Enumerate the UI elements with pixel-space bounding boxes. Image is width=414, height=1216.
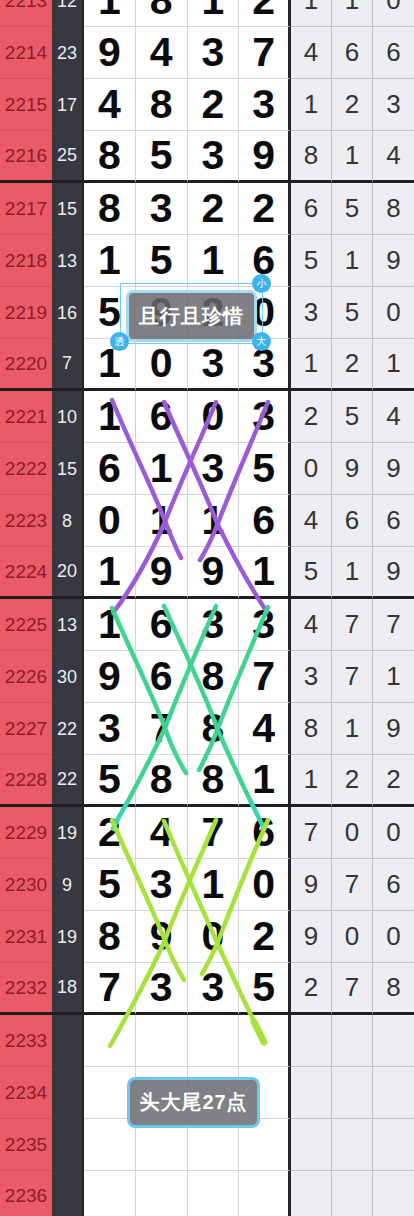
draw-number: 2220: [0, 339, 52, 391]
digit-cell: 1: [84, 235, 136, 287]
digit-cell: 2: [188, 79, 240, 131]
digit-cell: 9: [84, 651, 136, 703]
sum-value: 13: [52, 235, 84, 287]
draw-number: 2230: [0, 859, 52, 911]
tail-digit-cell: 4: [373, 391, 414, 443]
digit-cell: 5: [84, 755, 136, 807]
digit-cell: 5: [84, 859, 136, 911]
draw-row-2225: 2225131633477: [0, 599, 414, 651]
digit-cell: 3: [136, 183, 188, 235]
draw-row-2220: 222071033121: [0, 339, 414, 391]
digit-cell: 4: [136, 27, 188, 79]
digit-cell: 0: [84, 495, 136, 547]
tail-digit-cell: [373, 1067, 414, 1119]
digit-cell: 6: [136, 651, 188, 703]
digit-cell: 9: [188, 547, 240, 599]
annotation-text-2: 头大尾27点: [139, 1089, 247, 1116]
draw-number: 2218: [0, 235, 52, 287]
digit-cell: 3: [188, 963, 240, 1015]
tail-digit-cell: 9: [332, 443, 373, 495]
sum-value: 17: [52, 79, 84, 131]
digit-cell: [84, 1015, 136, 1067]
digit-cell: 8: [188, 755, 240, 807]
annotation-handle-smaller[interactable]: 小: [252, 274, 271, 293]
digit-cell: 8: [84, 131, 136, 183]
annotation-handle-transparency[interactable]: 透: [110, 332, 129, 351]
draw-row-2231: 2231198902900: [0, 911, 414, 963]
draw-row-2221: 2221101603254: [0, 391, 414, 443]
draw-number: 2214: [0, 27, 52, 79]
tail-digit-cell: 1: [332, 235, 373, 287]
digit-cell: 0: [188, 391, 240, 443]
tail-digit-cell: 8: [373, 963, 414, 1015]
annotation-text-box-1[interactable]: 且行且珍惜: [126, 290, 257, 342]
digit-cell: 5: [239, 963, 291, 1015]
digit-cell: 1: [84, 599, 136, 651]
digit-cell: [84, 1171, 136, 1216]
tail-digit-cell: [332, 1171, 373, 1216]
digit-cell: [239, 1015, 291, 1067]
sum-value: 9: [52, 859, 84, 911]
sum-value: [52, 1015, 84, 1067]
tail-digit-cell: 0: [291, 443, 332, 495]
tail-digit-cell: 2: [373, 755, 414, 807]
sum-value: [52, 1067, 84, 1119]
digit-cell: 8: [188, 703, 240, 755]
tail-digit-cell: 1: [332, 131, 373, 183]
digit-cell: 0: [136, 339, 188, 391]
annotation-handle-bigger[interactable]: 大: [252, 332, 271, 351]
tail-digit-cell: 1: [291, 339, 332, 391]
tail-digit-cell: 7: [332, 963, 373, 1015]
tail-digit-cell: 9: [291, 859, 332, 911]
digit-cell: 1: [188, 495, 240, 547]
tail-digit-cell: 7: [332, 859, 373, 911]
tail-digit-cell: 1: [332, 703, 373, 755]
tail-digit-cell: 9: [373, 443, 414, 495]
digit-cell: 2: [239, 183, 291, 235]
draw-row-2228: 2228225881122: [0, 755, 414, 807]
draw-number: 2235: [0, 1119, 52, 1171]
tail-digit-cell: 7: [332, 599, 373, 651]
draw-number: 2216: [0, 131, 52, 183]
draw-number: 2226: [0, 651, 52, 703]
digit-cell: 1: [84, 0, 136, 27]
digit-cell: 2: [239, 911, 291, 963]
tail-digit-cell: 2: [332, 339, 373, 391]
digit-cell: 3: [239, 79, 291, 131]
tail-digit-cell: 7: [373, 599, 414, 651]
sum-value: 19: [52, 911, 84, 963]
tail-digit-cell: 3: [373, 79, 414, 131]
digit-cell: 3: [84, 703, 136, 755]
digit-cell: 0: [188, 911, 240, 963]
digit-cell: 1: [239, 755, 291, 807]
annotation-text-box-2[interactable]: 头大尾27点: [127, 1077, 260, 1128]
draw-row-2218: 2218131516519: [0, 235, 414, 287]
draw-number: 2217: [0, 183, 52, 235]
digit-cell: 5: [136, 235, 188, 287]
digit-cell: 3: [188, 339, 240, 391]
digit-cell: 1: [84, 391, 136, 443]
digit-cell: 4: [84, 79, 136, 131]
tail-digit-cell: [332, 1015, 373, 1067]
draw-row-2214: 2214239437466: [0, 27, 414, 79]
tail-digit-cell: 2: [332, 755, 373, 807]
digit-cell: 6: [239, 807, 291, 859]
tail-digit-cell: 3: [291, 651, 332, 703]
digit-cell: 3: [188, 27, 240, 79]
digit-cell: [84, 1119, 136, 1171]
digit-cell: 7: [239, 651, 291, 703]
sum-value: 12: [52, 0, 84, 27]
digit-cell: 6: [136, 391, 188, 443]
tail-digit-cell: [332, 1119, 373, 1171]
draw-row-2213: 2213121812110: [0, 0, 414, 27]
draw-row-2222: 2222156135099: [0, 443, 414, 495]
lottery-trend-chart-screen: 2213121812110221423943746622151748231232…: [0, 0, 414, 1216]
draw-number: 2222: [0, 443, 52, 495]
tail-digit-cell: 4: [291, 27, 332, 79]
tail-digit-cell: 2: [332, 79, 373, 131]
draw-number: 2229: [0, 807, 52, 859]
tail-digit-cell: 1: [373, 651, 414, 703]
tail-digit-cell: 5: [291, 547, 332, 599]
tail-digit-cell: 1: [373, 339, 414, 391]
digit-cell: 8: [136, 0, 188, 27]
tail-digit-cell: 1: [332, 0, 373, 27]
draw-number: 2231: [0, 911, 52, 963]
digit-cell: [136, 1015, 188, 1067]
draw-number: 2234: [0, 1067, 52, 1119]
sum-value: 7: [52, 339, 84, 391]
draw-row-2217: 2217158322658: [0, 183, 414, 235]
draw-row-2229: 2229192476700: [0, 807, 414, 859]
tail-digit-cell: 2: [291, 391, 332, 443]
digit-cell: 6: [136, 599, 188, 651]
tail-digit-cell: [373, 1015, 414, 1067]
sum-value: 22: [52, 755, 84, 807]
tail-digit-cell: 6: [291, 183, 332, 235]
annotation-text-1: 且行且珍惜: [139, 303, 244, 330]
digit-cell: 8: [84, 183, 136, 235]
draw-row-2230: 223095310976: [0, 859, 414, 911]
tail-digit-cell: 1: [332, 547, 373, 599]
digit-cell: 3: [136, 963, 188, 1015]
digit-cell: 1: [84, 339, 136, 391]
digit-cell: 6: [84, 443, 136, 495]
tail-digit-cell: 0: [373, 911, 414, 963]
digit-cell: 4: [239, 703, 291, 755]
tail-digit-cell: 8: [291, 703, 332, 755]
tail-digit-cell: 6: [373, 27, 414, 79]
sum-value: 25: [52, 131, 84, 183]
digit-cell: 7: [136, 703, 188, 755]
tail-digit-cell: [291, 1119, 332, 1171]
tail-digit-cell: 8: [291, 131, 332, 183]
tail-digit-cell: 4: [373, 131, 414, 183]
tail-digit-cell: 9: [291, 911, 332, 963]
digit-cell: 1: [239, 547, 291, 599]
digit-cell: 9: [136, 547, 188, 599]
draw-number: 2223: [0, 495, 52, 547]
draw-row-2216: 2216258539814: [0, 131, 414, 183]
tail-digit-cell: 5: [332, 287, 373, 339]
draw-number: 2232: [0, 963, 52, 1015]
digit-cell: 3: [188, 599, 240, 651]
draw-number: 2215: [0, 79, 52, 131]
tail-digit-cell: 8: [373, 183, 414, 235]
tail-digit-cell: [291, 1171, 332, 1216]
tail-digit-cell: 5: [291, 235, 332, 287]
tail-digit-cell: 6: [332, 495, 373, 547]
digit-cell: 2: [84, 807, 136, 859]
draw-number: 2225: [0, 599, 52, 651]
tail-digit-cell: 6: [373, 859, 414, 911]
digit-cell: 8: [136, 755, 188, 807]
tail-digit-cell: 5: [332, 391, 373, 443]
draw-number: 2233: [0, 1015, 52, 1067]
sum-value: 19: [52, 807, 84, 859]
tail-digit-cell: 2: [291, 963, 332, 1015]
tail-digit-cell: 4: [291, 599, 332, 651]
draw-row-2232: 2232187335278: [0, 963, 414, 1015]
tail-digit-cell: 9: [373, 547, 414, 599]
sum-value: 13: [52, 599, 84, 651]
tail-digit-cell: 1: [291, 0, 332, 27]
tail-digit-cell: 6: [373, 495, 414, 547]
digit-cell: 1: [84, 547, 136, 599]
tail-digit-cell: 0: [332, 807, 373, 859]
draw-number: 2236: [0, 1171, 52, 1216]
digit-cell: 0: [239, 859, 291, 911]
digit-cell: 7: [239, 27, 291, 79]
rows: 2213121812110221423943746622151748231232…: [0, 0, 414, 1216]
draw-row-2233: 2233: [0, 1015, 414, 1067]
draw-number: 2213: [0, 0, 52, 27]
tail-digit-cell: 0: [373, 287, 414, 339]
draw-number: 2227: [0, 703, 52, 755]
tail-digit-cell: 3: [291, 287, 332, 339]
tail-digit-cell: [332, 1067, 373, 1119]
draw-row-2227: 2227223784819: [0, 703, 414, 755]
sum-value: 23: [52, 27, 84, 79]
digit-cell: 9: [136, 911, 188, 963]
sum-value: 15: [52, 183, 84, 235]
tail-digit-cell: 6: [332, 27, 373, 79]
digit-cell: 7: [188, 807, 240, 859]
tail-digit-cell: [373, 1119, 414, 1171]
sum-value: 15: [52, 443, 84, 495]
digit-cell: 7: [84, 963, 136, 1015]
sum-value: 18: [52, 963, 84, 1015]
draw-number: 2228: [0, 755, 52, 807]
sum-value: [52, 1119, 84, 1171]
digit-cell: [136, 1171, 188, 1216]
tail-digit-cell: 7: [291, 807, 332, 859]
digit-cell: 8: [84, 911, 136, 963]
digit-cell: 8: [136, 79, 188, 131]
digit-cell: 3: [239, 391, 291, 443]
digit-cell: [239, 1171, 291, 1216]
digit-cell: 1: [136, 495, 188, 547]
sum-value: 8: [52, 495, 84, 547]
sum-value: 20: [52, 547, 84, 599]
digit-cell: 1: [188, 0, 240, 27]
sum-value: 10: [52, 391, 84, 443]
draw-row-2226: 2226309687371: [0, 651, 414, 703]
tail-digit-cell: 1: [291, 755, 332, 807]
draw-row-2236: 2236: [0, 1171, 414, 1216]
digit-cell: 3: [239, 599, 291, 651]
digit-cell: [188, 1015, 240, 1067]
digit-cell: 3: [188, 131, 240, 183]
tail-digit-cell: [373, 1171, 414, 1216]
digit-cell: 4: [136, 807, 188, 859]
tail-digit-cell: 9: [373, 703, 414, 755]
digit-cell: 9: [84, 27, 136, 79]
digit-cell: 5: [239, 443, 291, 495]
digit-cell: 2: [239, 0, 291, 27]
digit-cell: [188, 1171, 240, 1216]
digit-cell: 1: [188, 235, 240, 287]
draw-row-2223: 222380116466: [0, 495, 414, 547]
digit-cell: 1: [136, 443, 188, 495]
tail-digit-cell: 0: [332, 911, 373, 963]
tail-digit-cell: 0: [373, 0, 414, 27]
digit-cell: 3: [188, 443, 240, 495]
digit-cell: 8: [188, 651, 240, 703]
digit-cell: 1: [188, 859, 240, 911]
draw-row-2224: 2224201991519: [0, 547, 414, 599]
tail-digit-cell: 5: [332, 183, 373, 235]
tail-digit-cell: 9: [373, 235, 414, 287]
digit-cell: 9: [239, 131, 291, 183]
digit-cell: 6: [239, 495, 291, 547]
draw-number: 2224: [0, 547, 52, 599]
draw-number: 2221: [0, 391, 52, 443]
digit-cell: 3: [136, 859, 188, 911]
sum-value: 16: [52, 287, 84, 339]
tail-digit-cell: 7: [332, 651, 373, 703]
sum-value: 30: [52, 651, 84, 703]
digit-cell: 5: [136, 131, 188, 183]
tail-digit-cell: 0: [373, 807, 414, 859]
tail-digit-cell: [291, 1015, 332, 1067]
digit-cell: 2: [188, 183, 240, 235]
draw-row-2215: 2215174823123: [0, 79, 414, 131]
sum-value: [52, 1171, 84, 1216]
tail-digit-cell: [291, 1067, 332, 1119]
tail-digit-cell: 1: [291, 79, 332, 131]
tail-digit-cell: 4: [291, 495, 332, 547]
sum-value: 22: [52, 703, 84, 755]
draw-number: 2219: [0, 287, 52, 339]
